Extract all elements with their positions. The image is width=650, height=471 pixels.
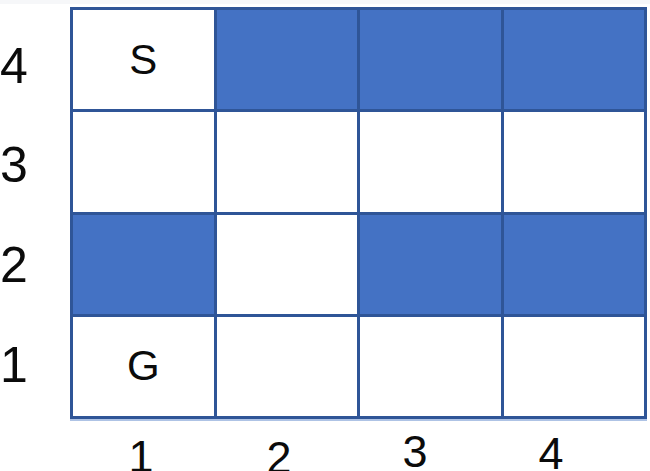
- cell-r1c3: [360, 317, 501, 416]
- cell-r1c2: [217, 317, 358, 416]
- cell-r3c4: [504, 112, 645, 211]
- col-label-4: 4: [538, 431, 563, 471]
- goal-label: G: [127, 345, 160, 387]
- cell-r4c2: [217, 10, 358, 109]
- gridworld-diagram: 4 3 2 1 S G 1 2 3 4: [0, 0, 650, 471]
- top-strip: [0, 0, 650, 4]
- row-label-2: 2: [0, 240, 28, 290]
- cell-r3c3: [360, 112, 501, 211]
- grid-board: S G: [70, 7, 647, 419]
- cell-r2c3: [360, 215, 501, 314]
- row-label-4: 4: [0, 41, 28, 91]
- row-label-1: 1: [0, 340, 28, 390]
- cell-r3c1: [73, 112, 214, 211]
- cell-r2c1: [73, 215, 214, 314]
- cell-r2c4: [504, 215, 645, 314]
- cell-r4c4: [504, 10, 645, 109]
- col-label-1: 1: [128, 434, 153, 471]
- row-label-3: 3: [0, 140, 28, 190]
- cell-r2c2: [217, 215, 358, 314]
- cell-r1c1: G: [73, 317, 214, 416]
- cell-r1c4: [504, 317, 645, 416]
- start-label: S: [129, 39, 157, 81]
- cell-r3c2: [217, 112, 358, 211]
- grid-bottom-shadow: [70, 419, 647, 421]
- col-label-3: 3: [402, 429, 427, 471]
- cell-r4c1: S: [73, 10, 214, 109]
- col-label-2: 2: [266, 435, 291, 471]
- cell-r4c3: [360, 10, 501, 109]
